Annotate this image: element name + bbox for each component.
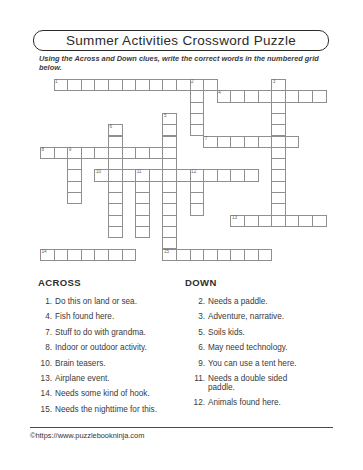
grid-cell[interactable] xyxy=(108,226,123,238)
grid-cell[interactable] xyxy=(285,90,300,102)
clue-number: 15. xyxy=(30,405,52,414)
clue-text: May need technology. xyxy=(208,343,316,352)
grid-cell[interactable] xyxy=(162,79,177,91)
grid-cell[interactable] xyxy=(298,215,313,227)
across-clues-section: ACROSS 1.Do this on land or sea.4.Fish f… xyxy=(30,277,182,420)
clue-number: 10. xyxy=(30,359,52,368)
clue-item: 2.Needs a paddle. xyxy=(183,297,355,306)
clue-number: 14. xyxy=(30,389,52,398)
clue-text: Brain teasers. xyxy=(55,359,106,368)
footer-divider xyxy=(30,427,333,428)
grid-cell[interactable] xyxy=(244,90,259,102)
grid-cell[interactable] xyxy=(108,249,123,261)
grid-cell[interactable] xyxy=(67,79,82,91)
cell-number: 6 xyxy=(108,124,112,130)
cell-number: 10 xyxy=(94,169,101,175)
clue-text: Needs some kind of hook. xyxy=(55,389,150,398)
clue-item: 9.You can use a tent here. xyxy=(183,359,355,368)
clue-text: Needs the nighttime for this. xyxy=(55,405,157,414)
crossword-grid: 123456789101112131415 xyxy=(40,79,327,261)
clue-number: 8. xyxy=(30,343,52,352)
cell-number: 14 xyxy=(40,249,47,255)
grid-cell[interactable] xyxy=(203,79,218,91)
grid-cell[interactable] xyxy=(203,249,218,261)
clue-text: Do this on land or sea. xyxy=(55,297,137,306)
grid-cell[interactable] xyxy=(149,147,164,159)
clue-item: 13.Airplane event. xyxy=(30,374,182,383)
grid-cell[interactable] xyxy=(244,215,259,227)
grid-cell[interactable] xyxy=(54,147,69,159)
clue-number: 12. xyxy=(183,398,205,407)
grid-cell[interactable] xyxy=(94,79,109,91)
clue-text: Adventure, narrative. xyxy=(208,312,316,321)
clue-item: 8.Indoor or outdoor activity. xyxy=(30,343,182,352)
grid-cell[interactable] xyxy=(190,203,205,215)
clue-number: 3. xyxy=(183,312,205,321)
clue-item: 5.Soils kids. xyxy=(183,328,355,337)
clue-item: 7.Stuff to do with grandma. xyxy=(30,328,182,337)
grid-cell[interactable] xyxy=(149,79,164,91)
clue-number: 5. xyxy=(183,328,205,337)
copyright-url: ©https://www.puzzlebookninja.com xyxy=(30,431,144,440)
grid-cell[interactable] xyxy=(190,124,205,136)
clue-text: Airplane event. xyxy=(55,374,110,383)
cell-number: 1 xyxy=(54,79,58,85)
grid-cell[interactable] xyxy=(271,215,286,227)
grid-cell[interactable] xyxy=(258,90,273,102)
clue-text: Animals found here. xyxy=(208,398,316,407)
grid-cell[interactable] xyxy=(135,147,150,159)
grid-cell[interactable] xyxy=(122,169,137,181)
grid-cell[interactable] xyxy=(81,147,96,159)
grid-cell[interactable] xyxy=(285,136,300,148)
clue-number: 11. xyxy=(183,374,205,392)
clue-text: Fish found here. xyxy=(55,312,114,321)
clue-item: 11.Needs a double sided paddle. xyxy=(183,374,355,392)
title-box: Summer Activities Crossword Puzzle xyxy=(33,30,329,51)
clue-number: 4. xyxy=(30,312,52,321)
clue-number: 7. xyxy=(30,328,52,337)
grid-cell[interactable] xyxy=(230,169,245,181)
grid-cell[interactable] xyxy=(81,79,96,91)
clue-text: Stuff to do with grandma. xyxy=(55,328,146,337)
clue-item: 1.Do this on land or sea. xyxy=(30,297,182,306)
clue-item: 12.Animals found here. xyxy=(183,398,355,407)
clue-number: 13. xyxy=(30,374,52,383)
grid-cell[interactable] xyxy=(94,249,109,261)
clue-text: Needs a paddle. xyxy=(208,297,316,306)
down-clues-section: DOWN 2.Needs a paddle.3.Adventure, narra… xyxy=(183,277,355,414)
grid-cell[interactable] xyxy=(244,249,259,261)
grid-cell[interactable] xyxy=(298,90,313,102)
down-header: DOWN xyxy=(185,277,355,288)
grid-cell[interactable] xyxy=(230,136,245,148)
grid-cell[interactable] xyxy=(230,249,245,261)
grid-cell[interactable] xyxy=(190,249,205,261)
clue-text: Needs a double sided paddle. xyxy=(208,374,316,392)
clue-item: 10.Brain teasers. xyxy=(30,359,182,368)
grid-cell[interactable] xyxy=(258,136,273,148)
grid-cell[interactable] xyxy=(176,249,191,261)
grid-cell[interactable] xyxy=(203,169,218,181)
cell-number: 5 xyxy=(162,113,166,119)
grid-cell[interactable] xyxy=(67,192,82,204)
across-header: ACROSS xyxy=(38,277,182,288)
grid-cell[interactable] xyxy=(122,79,137,91)
grid-cell[interactable] xyxy=(108,79,123,91)
grid-cell[interactable] xyxy=(244,136,259,148)
cell-number: 12 xyxy=(190,169,197,175)
clue-number: 1. xyxy=(30,297,52,306)
puzzle-page: Summer Activities Crossword Puzzle Using… xyxy=(0,0,363,470)
grid-cell[interactable] xyxy=(258,215,273,227)
grid-cell[interactable] xyxy=(217,136,232,148)
clue-number: 2. xyxy=(183,297,205,306)
clue-number: 6. xyxy=(183,343,205,352)
clue-text: Indoor or outdoor activity. xyxy=(55,343,147,352)
cell-number: 8 xyxy=(40,147,44,153)
grid-cell[interactable] xyxy=(149,169,164,181)
grid-cell[interactable] xyxy=(81,249,96,261)
grid-cell[interactable] xyxy=(217,249,232,261)
grid-cell[interactable] xyxy=(285,215,300,227)
clue-item: 6.May need technology. xyxy=(183,343,355,352)
cell-number: 3 xyxy=(271,79,275,85)
clue-item: 4.Fish found here. xyxy=(30,312,182,321)
grid-cell[interactable] xyxy=(94,147,109,159)
page-title: Summer Activities Crossword Puzzle xyxy=(66,33,296,48)
clue-text: Soils kids. xyxy=(208,328,316,337)
clue-text: You can use a tent here. xyxy=(208,359,316,368)
across-clue-list: 1.Do this on land or sea.4.Fish found he… xyxy=(30,297,182,414)
grid-cell[interactable] xyxy=(312,90,327,102)
grid-cell[interactable] xyxy=(244,169,259,181)
grid-cell[interactable] xyxy=(176,79,191,91)
clue-number: 9. xyxy=(183,359,205,368)
down-clue-list: 2.Needs a paddle.3.Adventure, narrative.… xyxy=(183,297,355,408)
clue-item: 14.Needs some kind of hook. xyxy=(30,389,182,398)
cell-number: 11 xyxy=(135,169,141,175)
grid-cell[interactable] xyxy=(122,249,137,261)
cell-number: 15 xyxy=(162,249,169,255)
cell-number: 2 xyxy=(190,79,194,85)
grid-cell[interactable] xyxy=(122,147,137,159)
grid-cell[interactable] xyxy=(176,169,191,181)
grid-cell[interactable] xyxy=(230,90,245,102)
grid-cell[interactable] xyxy=(135,226,150,238)
clue-item: 15.Needs the nighttime for this. xyxy=(30,405,182,414)
cell-number: 9 xyxy=(67,147,71,153)
clue-item: 3.Adventure, narrative. xyxy=(183,312,355,321)
cell-number: 4 xyxy=(217,90,221,96)
grid-cell[interactable] xyxy=(135,79,150,91)
cell-number: 13 xyxy=(230,215,237,221)
grid-cell[interactable] xyxy=(67,249,82,261)
grid-cell[interactable] xyxy=(258,249,273,261)
instructions-text: Using the Across and Down clues, write t… xyxy=(39,55,323,73)
grid-cell[interactable] xyxy=(54,249,69,261)
cell-number: 7 xyxy=(203,136,207,142)
grid-cell[interactable] xyxy=(217,169,232,181)
grid-cell[interactable] xyxy=(312,215,327,227)
